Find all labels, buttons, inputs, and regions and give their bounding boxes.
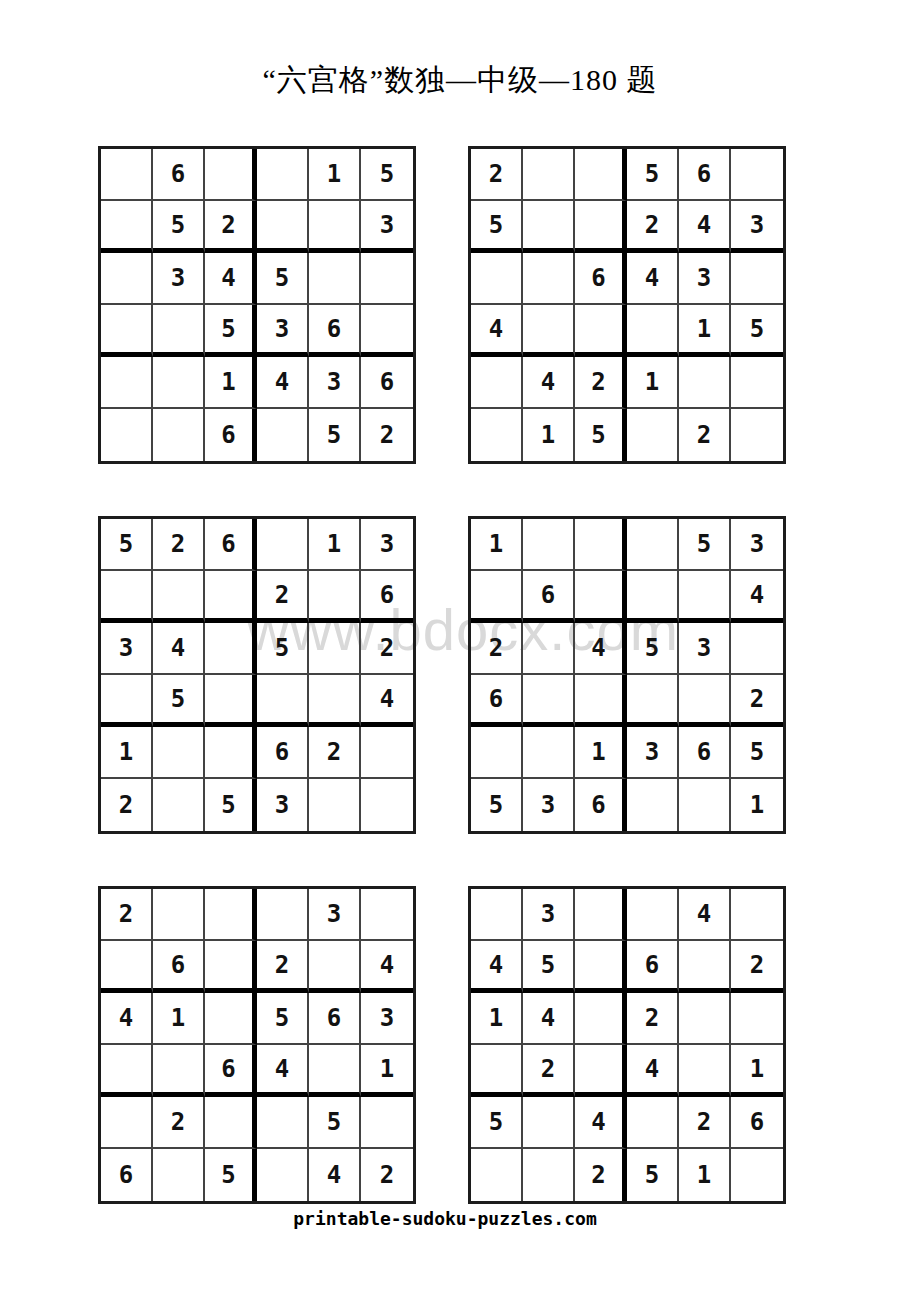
puzzle-2-cell-r3c6 <box>731 253 783 305</box>
puzzle-4-cell-r6c5 <box>679 779 731 831</box>
puzzle-1-cell-r4c1 <box>101 305 153 357</box>
puzzle-4-cell-r1c5: 5 <box>679 519 731 571</box>
puzzle-2-cell-r4c5: 1 <box>679 305 731 357</box>
puzzle-5-cell-r6c6: 2 <box>361 1149 413 1201</box>
puzzle-5-cell-r4c1 <box>101 1045 153 1097</box>
puzzle-5-cell-r6c3: 5 <box>205 1149 257 1201</box>
puzzle-1-cell-r2c3: 2 <box>205 201 257 253</box>
puzzle-6-cell-r3c5 <box>679 993 731 1045</box>
puzzle-1-cell-r1c3 <box>205 149 257 201</box>
puzzle-2-cell-r2c2 <box>523 201 575 253</box>
puzzle-2-cell-r2c1: 5 <box>471 201 523 253</box>
puzzle-6-cell-r4c2: 2 <box>523 1045 575 1097</box>
puzzle-2-cell-r1c1: 2 <box>471 149 523 201</box>
puzzle-2-cell-r4c6: 5 <box>731 305 783 357</box>
puzzle-6-cell-r1c4 <box>627 889 679 941</box>
puzzle-4-cell-r5c2 <box>523 727 575 779</box>
footer-url: printable-sudoku-puzzles.com <box>0 1208 890 1229</box>
puzzle-3-cell-r6c3: 5 <box>205 779 257 831</box>
puzzle-5-cell-r3c6: 3 <box>361 993 413 1045</box>
puzzle-5-cell-r3c1: 4 <box>101 993 153 1045</box>
puzzle-5-cell-r5c2: 2 <box>153 1097 205 1149</box>
puzzle-4-cell-r3c6 <box>731 623 783 675</box>
puzzle-1-cell-r5c3: 1 <box>205 357 257 409</box>
puzzle-2-cell-r4c1: 4 <box>471 305 523 357</box>
puzzle-3-cell-r5c1: 1 <box>101 727 153 779</box>
puzzle-1-cell-r3c3: 4 <box>205 253 257 305</box>
puzzle-5-cell-r4c5 <box>309 1045 361 1097</box>
puzzle-2-cell-r3c5: 3 <box>679 253 731 305</box>
puzzle-4-cell-r5c1 <box>471 727 523 779</box>
puzzle-2-cell-r1c5: 6 <box>679 149 731 201</box>
puzzle-1-cell-r5c4: 4 <box>257 357 309 409</box>
puzzle-1-cell-r4c4: 3 <box>257 305 309 357</box>
puzzle-6-cell-r6c6 <box>731 1149 783 1201</box>
puzzle-5-cell-r3c2: 1 <box>153 993 205 1045</box>
puzzle-2-cell-r5c5 <box>679 357 731 409</box>
puzzle-3-cell-r2c2 <box>153 571 205 623</box>
puzzle-4-cell-r2c4 <box>627 571 679 623</box>
puzzle-6-cell-r5c4 <box>627 1097 679 1149</box>
puzzle-3-cell-r5c3 <box>205 727 257 779</box>
puzzle-6-cell-r4c6: 1 <box>731 1045 783 1097</box>
puzzle-4-cell-r5c5: 6 <box>679 727 731 779</box>
puzzle-2-cell-r2c6: 3 <box>731 201 783 253</box>
puzzle-4-cell-r2c1 <box>471 571 523 623</box>
puzzle-2-cell-r2c3 <box>575 201 627 253</box>
puzzle-1-cell-r2c5 <box>309 201 361 253</box>
puzzle-3-cell-r3c1: 3 <box>101 623 153 675</box>
puzzle-1-cell-r6c1 <box>101 409 153 461</box>
puzzle-6-cell-r5c6: 6 <box>731 1097 783 1149</box>
puzzle-5-cell-r5c6 <box>361 1097 413 1149</box>
puzzle-4-cell-r4c6: 2 <box>731 675 783 727</box>
puzzle-2-cell-r5c1 <box>471 357 523 409</box>
puzzle-3-cell-r4c5 <box>309 675 361 727</box>
puzzle-4-cell-r3c5: 3 <box>679 623 731 675</box>
puzzle-5-cell-r4c2 <box>153 1045 205 1097</box>
puzzle-3-cell-r6c1: 2 <box>101 779 153 831</box>
puzzle-4-cell-r4c2 <box>523 675 575 727</box>
puzzle-1-cell-r6c3: 6 <box>205 409 257 461</box>
puzzle-1-cell-r6c6: 2 <box>361 409 413 461</box>
puzzle-5-cell-r5c1 <box>101 1097 153 1149</box>
puzzle-6-cell-r5c2 <box>523 1097 575 1149</box>
puzzle-4-cell-r2c3 <box>575 571 627 623</box>
puzzle-5-cell-r4c3: 6 <box>205 1045 257 1097</box>
puzzle-4-cell-r6c2: 3 <box>523 779 575 831</box>
puzzle-6-cell-r6c2 <box>523 1149 575 1201</box>
sudoku-board-3: 5261326345254162253 <box>98 516 416 834</box>
puzzle-5-cell-r2c3 <box>205 941 257 993</box>
puzzle-1-cell-r6c2 <box>153 409 205 461</box>
puzzle-6-cell-r4c5 <box>679 1045 731 1097</box>
puzzle-5-cell-r3c4: 5 <box>257 993 309 1045</box>
puzzle-1-cell-r5c2 <box>153 357 205 409</box>
puzzle-4-cell-r1c6: 3 <box>731 519 783 571</box>
puzzle-4-cell-r4c4 <box>627 675 679 727</box>
puzzle-6-cell-r1c3 <box>575 889 627 941</box>
puzzle-4-cell-r6c6: 1 <box>731 779 783 831</box>
sudoku-board-2: 2565243643415421152 <box>468 146 786 464</box>
puzzle-2-cell-r3c3: 6 <box>575 253 627 305</box>
puzzle-3-cell-r5c2 <box>153 727 205 779</box>
sudoku-board-5: 2362441563641256542 <box>98 886 416 1204</box>
puzzle-1-cell-r5c1 <box>101 357 153 409</box>
puzzle-6-cell-r1c5: 4 <box>679 889 731 941</box>
puzzle-2-cell-r6c1 <box>471 409 523 461</box>
puzzle-3-cell-r6c5 <box>309 779 361 831</box>
puzzle-3-cell-r1c1: 5 <box>101 519 153 571</box>
puzzle-3-cell-r4c2: 5 <box>153 675 205 727</box>
puzzle-4-cell-r3c2 <box>523 623 575 675</box>
puzzle-5-cell-r1c2 <box>153 889 205 941</box>
puzzle-2-cell-r3c4: 4 <box>627 253 679 305</box>
puzzle-2-cell-r2c4: 2 <box>627 201 679 253</box>
puzzle-2-cell-r1c2 <box>523 149 575 201</box>
puzzle-2-cell-r1c6 <box>731 149 783 201</box>
puzzle-4-cell-r4c1: 6 <box>471 675 523 727</box>
puzzle-5-cell-r4c4: 4 <box>257 1045 309 1097</box>
puzzle-3-cell-r2c5 <box>309 571 361 623</box>
puzzle-3-cell-r3c2: 4 <box>153 623 205 675</box>
puzzle-5-cell-r2c5 <box>309 941 361 993</box>
puzzle-2-cell-r6c4 <box>627 409 679 461</box>
puzzle-2-cell-r6c3: 5 <box>575 409 627 461</box>
puzzle-5-cell-r4c6: 1 <box>361 1045 413 1097</box>
puzzle-3-cell-r2c3 <box>205 571 257 623</box>
puzzle-4-cell-r3c4: 5 <box>627 623 679 675</box>
puzzle-1-cell-r2c1 <box>101 201 153 253</box>
puzzle-2-cell-r3c2 <box>523 253 575 305</box>
puzzle-2-cell-r5c6 <box>731 357 783 409</box>
sudoku-board-4: 1536424536213655361 <box>468 516 786 834</box>
puzzle-2-cell-r3c1 <box>471 253 523 305</box>
puzzle-6-cell-r6c4: 5 <box>627 1149 679 1201</box>
puzzle-2-cell-r5c2: 4 <box>523 357 575 409</box>
puzzle-3-cell-r3c6: 2 <box>361 623 413 675</box>
puzzle-5-cell-r1c1: 2 <box>101 889 153 941</box>
puzzle-5-cell-r6c2 <box>153 1149 205 1201</box>
puzzle-4-cell-r5c6: 5 <box>731 727 783 779</box>
puzzle-2-cell-r6c2: 1 <box>523 409 575 461</box>
puzzle-5-cell-r2c2: 6 <box>153 941 205 993</box>
puzzle-1-cell-r3c6 <box>361 253 413 305</box>
puzzle-3-cell-r3c5 <box>309 623 361 675</box>
puzzle-3-cell-r2c6: 6 <box>361 571 413 623</box>
puzzle-6-cell-r3c6 <box>731 993 783 1045</box>
puzzle-6-cell-r3c2: 4 <box>523 993 575 1045</box>
puzzle-6-cell-r5c3: 4 <box>575 1097 627 1149</box>
puzzle-5-cell-r3c3 <box>205 993 257 1045</box>
puzzle-1-cell-r6c5: 5 <box>309 409 361 461</box>
puzzle-4-cell-r2c5 <box>679 571 731 623</box>
puzzle-6-cell-r4c1 <box>471 1045 523 1097</box>
puzzle-5-cell-r3c5: 6 <box>309 993 361 1045</box>
puzzle-6-cell-r6c1 <box>471 1149 523 1201</box>
puzzle-1-cell-r5c6: 6 <box>361 357 413 409</box>
puzzle-5-cell-r5c5: 5 <box>309 1097 361 1149</box>
puzzle-3-cell-r1c6: 3 <box>361 519 413 571</box>
puzzle-6-cell-r2c6: 2 <box>731 941 783 993</box>
puzzle-1-cell-r4c2 <box>153 305 205 357</box>
puzzle-4-cell-r1c3 <box>575 519 627 571</box>
puzzle-6-cell-r3c4: 2 <box>627 993 679 1045</box>
puzzle-3-cell-r6c2 <box>153 779 205 831</box>
puzzle-6-cell-r2c3 <box>575 941 627 993</box>
puzzle-4-cell-r6c4 <box>627 779 679 831</box>
puzzle-4-cell-r1c1: 1 <box>471 519 523 571</box>
puzzle-5-cell-r2c1 <box>101 941 153 993</box>
puzzle-1-cell-r3c1 <box>101 253 153 305</box>
puzzle-5-cell-r1c4 <box>257 889 309 941</box>
puzzle-3-cell-r2c4: 2 <box>257 571 309 623</box>
puzzle-4-cell-r2c2: 6 <box>523 571 575 623</box>
puzzle-3-cell-r5c5: 2 <box>309 727 361 779</box>
puzzle-1-cell-r4c6 <box>361 305 413 357</box>
puzzle-5-cell-r5c4 <box>257 1097 309 1149</box>
puzzle-6-cell-r3c1: 1 <box>471 993 523 1045</box>
puzzle-6-cell-r1c2: 3 <box>523 889 575 941</box>
puzzle-5-cell-r6c1: 6 <box>101 1149 153 1201</box>
puzzle-6-cell-r4c3 <box>575 1045 627 1097</box>
puzzle-4-cell-r6c3: 6 <box>575 779 627 831</box>
puzzle-5-cell-r1c5: 3 <box>309 889 361 941</box>
puzzle-4-cell-r3c3: 4 <box>575 623 627 675</box>
puzzle-1-cell-r1c6: 5 <box>361 149 413 201</box>
puzzle-4-cell-r3c1: 2 <box>471 623 523 675</box>
puzzle-3-cell-r1c2: 2 <box>153 519 205 571</box>
puzzle-5-cell-r1c3 <box>205 889 257 941</box>
puzzle-5-cell-r2c6: 4 <box>361 941 413 993</box>
puzzle-4-cell-r6c1: 5 <box>471 779 523 831</box>
puzzle-4-cell-r1c2 <box>523 519 575 571</box>
puzzle-3-cell-r4c6: 4 <box>361 675 413 727</box>
puzzle-3-cell-r5c6 <box>361 727 413 779</box>
puzzle-3-cell-r1c4 <box>257 519 309 571</box>
puzzle-5-cell-r1c6 <box>361 889 413 941</box>
puzzle-3-cell-r6c6 <box>361 779 413 831</box>
puzzle-3-cell-r4c1 <box>101 675 153 727</box>
puzzle-1-cell-r1c5: 1 <box>309 149 361 201</box>
puzzle-2-cell-r5c3: 2 <box>575 357 627 409</box>
sudoku-board-1: 6155233455361436652 <box>98 146 416 464</box>
puzzle-3-cell-r2c1 <box>101 571 153 623</box>
puzzle-3-cell-r1c3: 6 <box>205 519 257 571</box>
puzzle-6-cell-r6c3: 2 <box>575 1149 627 1201</box>
puzzle-6-cell-r4c4: 4 <box>627 1045 679 1097</box>
sudoku-board-6: 3445621422415426251 <box>468 886 786 1204</box>
puzzle-4-cell-r5c3: 1 <box>575 727 627 779</box>
puzzle-2-cell-r1c3 <box>575 149 627 201</box>
puzzle-1-cell-r2c2: 5 <box>153 201 205 253</box>
puzzle-3-cell-r4c3 <box>205 675 257 727</box>
puzzle-4-cell-r4c5 <box>679 675 731 727</box>
puzzle-6-cell-r5c5: 2 <box>679 1097 731 1149</box>
puzzle-1-cell-r1c1 <box>101 149 153 201</box>
puzzle-1-cell-r6c4 <box>257 409 309 461</box>
puzzle-6-cell-r6c5: 1 <box>679 1149 731 1201</box>
puzzle-1-cell-r3c5 <box>309 253 361 305</box>
puzzle-6-cell-r1c6 <box>731 889 783 941</box>
puzzle-6-cell-r2c1: 4 <box>471 941 523 993</box>
puzzle-3-cell-r1c5: 1 <box>309 519 361 571</box>
puzzle-6-cell-r5c1: 5 <box>471 1097 523 1149</box>
puzzle-2-cell-r4c2 <box>523 305 575 357</box>
puzzle-3-cell-r5c4: 6 <box>257 727 309 779</box>
puzzle-1-cell-r3c4: 5 <box>257 253 309 305</box>
puzzle-4-cell-r1c4 <box>627 519 679 571</box>
puzzle-6-cell-r1c1 <box>471 889 523 941</box>
puzzle-1-cell-r3c2: 3 <box>153 253 205 305</box>
puzzle-5-cell-r6c4 <box>257 1149 309 1201</box>
puzzle-5-cell-r6c5: 4 <box>309 1149 361 1201</box>
puzzle-3-cell-r3c4: 5 <box>257 623 309 675</box>
puzzle-4-cell-r2c6: 4 <box>731 571 783 623</box>
puzzle-2-cell-r5c4: 1 <box>627 357 679 409</box>
puzzle-3-cell-r4c4 <box>257 675 309 727</box>
puzzle-5-cell-r2c4: 2 <box>257 941 309 993</box>
puzzle-2-cell-r6c6 <box>731 409 783 461</box>
page-title: “六宫格”数独—中级—180 题 <box>0 60 920 101</box>
puzzle-6-cell-r2c4: 6 <box>627 941 679 993</box>
puzzle-2-cell-r4c4 <box>627 305 679 357</box>
puzzle-1-cell-r4c3: 5 <box>205 305 257 357</box>
puzzle-4-cell-r5c4: 3 <box>627 727 679 779</box>
puzzle-3-cell-r3c3 <box>205 623 257 675</box>
puzzle-1-cell-r2c6: 3 <box>361 201 413 253</box>
puzzle-4-cell-r4c3 <box>575 675 627 727</box>
puzzle-1-cell-r1c4 <box>257 149 309 201</box>
puzzle-3-cell-r6c4: 3 <box>257 779 309 831</box>
puzzle-6-cell-r2c5 <box>679 941 731 993</box>
puzzle-2-cell-r1c4: 5 <box>627 149 679 201</box>
puzzle-1-cell-r5c5: 3 <box>309 357 361 409</box>
puzzle-1-cell-r2c4 <box>257 201 309 253</box>
puzzle-2-cell-r2c5: 4 <box>679 201 731 253</box>
puzzle-1-cell-r1c2: 6 <box>153 149 205 201</box>
puzzle-2-cell-r4c3 <box>575 305 627 357</box>
puzzle-1-cell-r4c5: 6 <box>309 305 361 357</box>
puzzle-2-cell-r6c5: 2 <box>679 409 731 461</box>
puzzle-5-cell-r5c3 <box>205 1097 257 1149</box>
puzzle-6-cell-r2c2: 5 <box>523 941 575 993</box>
puzzle-6-cell-r3c3 <box>575 993 627 1045</box>
